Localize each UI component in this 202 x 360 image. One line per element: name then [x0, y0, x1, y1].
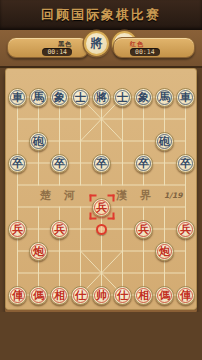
- piece-馬[interactable]: 馬: [155, 88, 174, 107]
- board-cell[interactable]: 仕: [70, 284, 91, 306]
- board-cell[interactable]: 相: [133, 284, 154, 306]
- board-cell[interactable]: 傌: [154, 284, 175, 306]
- board-cell[interactable]: 炮: [154, 240, 175, 262]
- board-cell[interactable]: [91, 262, 112, 284]
- piece-車[interactable]: 車: [8, 88, 27, 107]
- piece-俥[interactable]: 俥: [176, 286, 195, 305]
- piece-相[interactable]: 相: [134, 286, 153, 305]
- piece-士[interactable]: 士: [113, 88, 132, 107]
- app: 回顾国际象棋比赛 黑色 00:14 將 帅 红色 00:14 車馬象士將士象馬車…: [0, 0, 202, 360]
- piece-傌[interactable]: 傌: [155, 286, 174, 305]
- board-cell[interactable]: 俥: [175, 284, 196, 306]
- board-cell[interactable]: 砲: [28, 130, 49, 152]
- board-cell[interactable]: [112, 130, 133, 152]
- board-cell[interactable]: [133, 108, 154, 130]
- board-cell[interactable]: [154, 108, 175, 130]
- player-header: 黑色 00:14 將 帅 红色 00:14: [0, 30, 202, 68]
- board-cell[interactable]: 兵: [49, 218, 70, 240]
- board-cell[interactable]: [49, 262, 70, 284]
- board-cell[interactable]: [91, 240, 112, 262]
- board-cell[interactable]: [112, 262, 133, 284]
- board-cell[interactable]: [70, 152, 91, 174]
- board-cell[interactable]: [7, 196, 28, 218]
- board-cell[interactable]: 俥: [7, 284, 28, 306]
- board-cell[interactable]: [49, 130, 70, 152]
- board-cell[interactable]: [112, 240, 133, 262]
- piece-相[interactable]: 相: [50, 286, 69, 305]
- board-cell[interactable]: [7, 130, 28, 152]
- xiangqi-board[interactable]: 車馬象士將士象馬車砲砲卒卒卒卒卒兵兵兵兵兵炮炮俥傌相仕帅仕相傌俥 楚河 漢界 1…: [5, 68, 197, 310]
- board-cell[interactable]: 卒: [175, 152, 196, 174]
- board-cell[interactable]: [112, 152, 133, 174]
- river-label-right: 漢界: [116, 188, 164, 203]
- board-cell[interactable]: [133, 262, 154, 284]
- black-side-label: 黑色: [58, 40, 72, 47]
- board-cell[interactable]: 車: [7, 86, 28, 108]
- board-cell[interactable]: 兵: [91, 196, 112, 218]
- piece-卒[interactable]: 卒: [50, 154, 69, 173]
- black-general-icon: 將: [84, 31, 109, 56]
- red-player-panel: 红色 00:14: [113, 37, 195, 58]
- piece-象[interactable]: 象: [50, 88, 69, 107]
- board-cell[interactable]: [154, 152, 175, 174]
- board-cell[interactable]: [7, 240, 28, 262]
- board-cell[interactable]: [7, 174, 28, 196]
- move-counter: 1/19: [164, 191, 182, 200]
- board-cell[interactable]: [70, 262, 91, 284]
- board-cell[interactable]: 卒: [49, 152, 70, 174]
- board-cell[interactable]: 車: [175, 86, 196, 108]
- board-cell[interactable]: [154, 218, 175, 240]
- board-cell[interactable]: [175, 130, 196, 152]
- piece-卒[interactable]: 卒: [134, 154, 153, 173]
- board-cell[interactable]: [112, 108, 133, 130]
- board-cell[interactable]: [70, 240, 91, 262]
- page-title: 回顾国际象棋比赛: [41, 6, 161, 24]
- piece-兵[interactable]: 兵: [50, 220, 69, 239]
- board-cell[interactable]: 馬: [154, 86, 175, 108]
- river-label-left: 楚河: [40, 188, 88, 203]
- piece-帅[interactable]: 帅: [92, 286, 111, 305]
- board-cell[interactable]: 士: [112, 86, 133, 108]
- piece-卒[interactable]: 卒: [92, 154, 111, 173]
- board-cell[interactable]: 仕: [112, 284, 133, 306]
- piece-炮[interactable]: 炮: [29, 242, 48, 261]
- board-cell[interactable]: [91, 174, 112, 196]
- piece-兵[interactable]: 兵: [92, 198, 111, 217]
- board-cell[interactable]: [7, 108, 28, 130]
- piece-兵[interactable]: 兵: [134, 220, 153, 239]
- board-cell[interactable]: 象: [133, 86, 154, 108]
- board-cell[interactable]: 將: [91, 86, 112, 108]
- title-bar: 回顾国际象棋比赛: [0, 0, 202, 30]
- piece-士[interactable]: 士: [71, 88, 90, 107]
- board-cell[interactable]: 卒: [7, 152, 28, 174]
- piece-砲[interactable]: 砲: [155, 132, 174, 151]
- red-side-label: 红色: [130, 40, 144, 47]
- board-cell[interactable]: [28, 218, 49, 240]
- board-cell[interactable]: [91, 130, 112, 152]
- piece-象[interactable]: 象: [134, 88, 153, 107]
- board-cell[interactable]: 帅: [91, 284, 112, 306]
- piece-馬[interactable]: 馬: [29, 88, 48, 107]
- red-clock: 00:14: [130, 48, 160, 56]
- board-cell[interactable]: [70, 130, 91, 152]
- board-cell[interactable]: 馬: [28, 86, 49, 108]
- board-cell[interactable]: [28, 262, 49, 284]
- board-cell[interactable]: 炮: [28, 240, 49, 262]
- board-cell[interactable]: [91, 218, 112, 240]
- piece-仕[interactable]: 仕: [71, 286, 90, 305]
- board-cell[interactable]: [7, 262, 28, 284]
- board-cell[interactable]: [70, 108, 91, 130]
- piece-傌[interactable]: 傌: [29, 286, 48, 305]
- board-cell[interactable]: [175, 262, 196, 284]
- board-cell[interactable]: 卒: [133, 152, 154, 174]
- board-cell[interactable]: 兵: [133, 218, 154, 240]
- piece-卒[interactable]: 卒: [8, 154, 27, 173]
- piece-兵[interactable]: 兵: [8, 220, 27, 239]
- replay-controls: ← ❮ ▶ ❯: [0, 312, 202, 360]
- board-cell[interactable]: [112, 218, 133, 240]
- board-cell[interactable]: 傌: [28, 284, 49, 306]
- board-cell[interactable]: [28, 108, 49, 130]
- piece-砲[interactable]: 砲: [29, 132, 48, 151]
- piece-炮[interactable]: 炮: [155, 242, 174, 261]
- piece-兵[interactable]: 兵: [176, 220, 195, 239]
- board-cell[interactable]: [49, 108, 70, 130]
- board-cell[interactable]: 相: [49, 284, 70, 306]
- board-cell[interactable]: 砲: [154, 130, 175, 152]
- board-cell[interactable]: 卒: [91, 152, 112, 174]
- board-cell[interactable]: [154, 262, 175, 284]
- move-origin-marker: [96, 224, 107, 235]
- board-cell[interactable]: [49, 240, 70, 262]
- board-cell[interactable]: 兵: [7, 218, 28, 240]
- piece-將[interactable]: 將: [92, 88, 111, 107]
- black-player-panel: 黑色 00:14: [7, 37, 89, 58]
- black-clock: 00:14: [42, 48, 72, 56]
- piece-仕[interactable]: 仕: [113, 286, 132, 305]
- board-cell[interactable]: 士: [70, 86, 91, 108]
- piece-車[interactable]: 車: [176, 88, 195, 107]
- board-cell[interactable]: [133, 130, 154, 152]
- board-cell[interactable]: 兵: [175, 218, 196, 240]
- piece-卒[interactable]: 卒: [176, 154, 195, 173]
- board-cell[interactable]: [175, 108, 196, 130]
- piece-俥[interactable]: 俥: [8, 286, 27, 305]
- board-cell[interactable]: [28, 152, 49, 174]
- board-cell[interactable]: [175, 240, 196, 262]
- board-cell[interactable]: [70, 218, 91, 240]
- board-cell[interactable]: [91, 108, 112, 130]
- board-cell[interactable]: 象: [49, 86, 70, 108]
- board-cell[interactable]: [133, 240, 154, 262]
